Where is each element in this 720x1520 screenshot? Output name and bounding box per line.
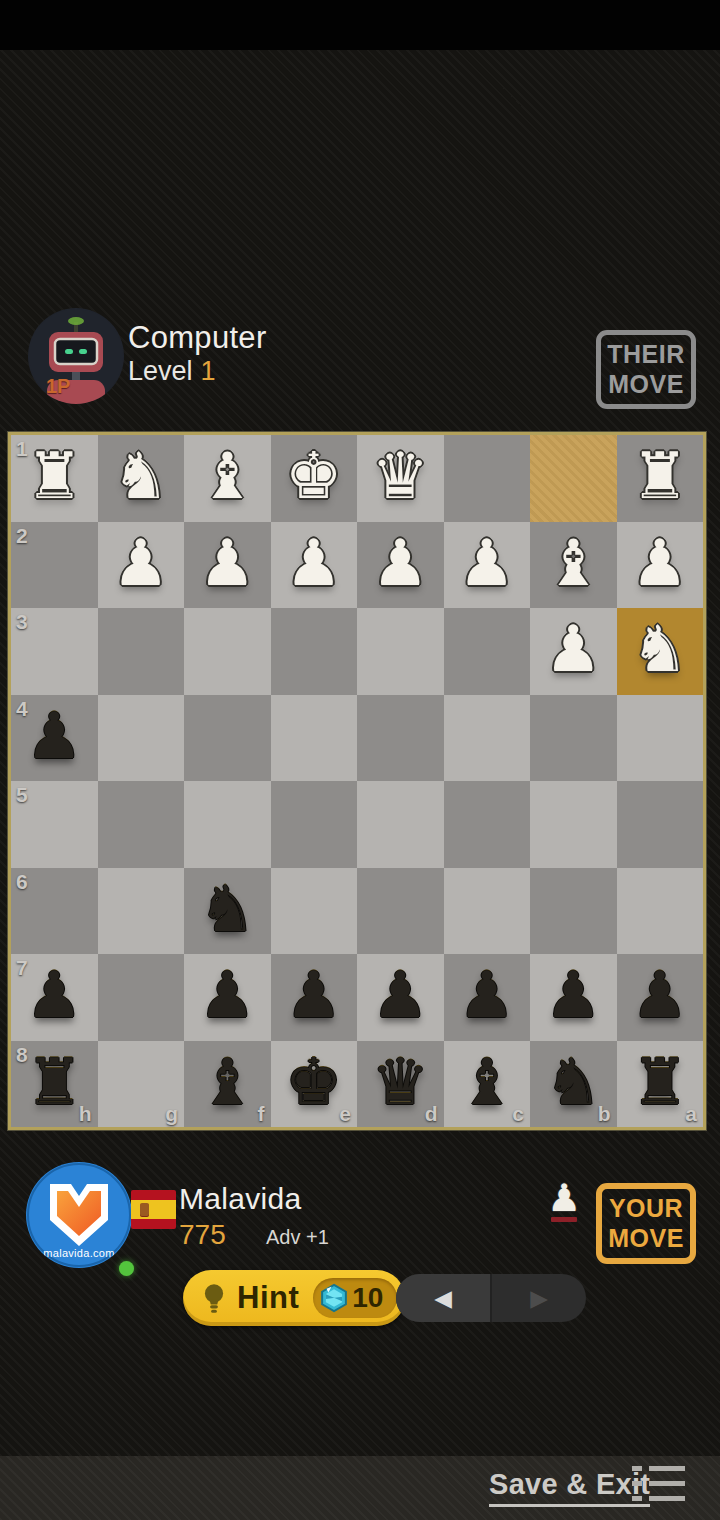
square-h8[interactable]: 8h♜ [11, 1041, 98, 1128]
square-g5[interactable] [98, 781, 185, 868]
square-h6[interactable]: 6 [11, 868, 98, 955]
your-move-indicator: YOUR MOVE [596, 1183, 696, 1264]
square-e2[interactable]: ♟ [271, 522, 358, 609]
square-d3[interactable] [357, 608, 444, 695]
square-e7[interactable]: ♟ [271, 954, 358, 1041]
square-h2[interactable]: 2 [11, 522, 98, 609]
piece-white-pawn: ♟ [372, 531, 429, 595]
hint-cost: 10 [352, 1282, 383, 1314]
square-b4[interactable] [530, 695, 617, 782]
piece-white-knight: ♞ [631, 617, 688, 681]
square-d5[interactable] [357, 781, 444, 868]
file-label-f: f [258, 1102, 265, 1126]
square-b7[interactable]: ♟ [530, 954, 617, 1041]
spain-flag-icon [131, 1190, 176, 1229]
square-c8[interactable]: c♝ [444, 1041, 531, 1128]
user-name: Malavida [179, 1182, 301, 1216]
square-f7[interactable]: ♟ [184, 954, 271, 1041]
square-f8[interactable]: f♝ [184, 1041, 271, 1128]
square-e6[interactable] [271, 868, 358, 955]
square-h1[interactable]: 1♜ [11, 435, 98, 522]
square-e3[interactable] [271, 608, 358, 695]
lightbulb-icon [201, 1282, 227, 1314]
square-a8[interactable]: a♜ [617, 1041, 704, 1128]
square-b2[interactable]: ♝ [530, 522, 617, 609]
rank-label-5: 5 [16, 783, 28, 807]
captured-underline [551, 1217, 577, 1222]
next-move-button[interactable]: ▶ [492, 1274, 586, 1322]
piece-black-pawn: ♟ [545, 963, 602, 1027]
advantage-label: Adv +1 [266, 1226, 329, 1249]
user-avatar: malavida.com [26, 1162, 132, 1268]
piece-white-pawn: ♟ [545, 617, 602, 681]
save-exit-button[interactable]: Save & Exit [489, 1468, 650, 1507]
piece-black-bishop: ♝ [199, 1050, 256, 1114]
piece-white-rook: ♜ [26, 444, 83, 508]
your-move-line1: YOUR [604, 1194, 688, 1224]
piece-white-pawn: ♟ [458, 531, 515, 595]
square-d8[interactable]: d♛ [357, 1041, 444, 1128]
piece-white-pawn: ♟ [112, 531, 169, 595]
flag-emblem [140, 1203, 149, 1216]
move-navigation: ◀ ▶ [396, 1274, 586, 1322]
square-b3[interactable]: ♟ [530, 608, 617, 695]
square-a2[interactable]: ♟ [617, 522, 704, 609]
square-g8[interactable]: g [98, 1041, 185, 1128]
square-f3[interactable] [184, 608, 271, 695]
file-label-g: g [165, 1102, 178, 1126]
square-a5[interactable] [617, 781, 704, 868]
captured-white-pawn-icon: ♟ [544, 1176, 584, 1220]
square-c2[interactable]: ♟ [444, 522, 531, 609]
piece-black-pawn: ♟ [458, 963, 515, 1027]
piece-white-bishop: ♝ [199, 444, 256, 508]
piece-white-pawn: ♟ [631, 531, 688, 595]
computer-level: Level1 [128, 356, 216, 387]
piece-white-knight: ♞ [112, 444, 169, 508]
square-b1[interactable] [530, 435, 617, 522]
their-move-indicator: THEIR MOVE [596, 330, 696, 409]
square-b5[interactable] [530, 781, 617, 868]
square-c7[interactable]: ♟ [444, 954, 531, 1041]
square-d2[interactable]: ♟ [357, 522, 444, 609]
piece-black-pawn: ♟ [372, 963, 429, 1027]
piece-black-knight: ♞ [199, 877, 256, 941]
piece-black-king: ♚ [285, 1050, 342, 1114]
square-h7[interactable]: 7♟ [11, 954, 98, 1041]
square-f5[interactable] [184, 781, 271, 868]
piece-white-rook: ♜ [631, 444, 688, 508]
square-c6[interactable] [444, 868, 531, 955]
piece-white-queen: ♛ [372, 444, 429, 508]
square-c1[interactable] [444, 435, 531, 522]
rank-label-6: 6 [16, 870, 28, 894]
square-f2[interactable]: ♟ [184, 522, 271, 609]
square-a6[interactable] [617, 868, 704, 955]
square-c5[interactable] [444, 781, 531, 868]
square-a3[interactable]: ♞ [617, 608, 704, 695]
square-c3[interactable] [444, 608, 531, 695]
square-g2[interactable]: ♟ [98, 522, 185, 609]
square-b6[interactable] [530, 868, 617, 955]
chess-board: 1♜♞♝♚♛♜2♟♟♟♟♟♝♟3♟♞4♟56♞7♟♟♟♟♟♟♟8h♜gf♝e♚d… [8, 432, 706, 1130]
square-a4[interactable] [617, 695, 704, 782]
square-d6[interactable] [357, 868, 444, 955]
level-label: Level [128, 356, 193, 386]
move-list-menu-icon[interactable] [632, 1466, 685, 1501]
piece-black-pawn: ♟ [631, 963, 688, 1027]
square-h4[interactable]: 4♟ [11, 695, 98, 782]
square-g3[interactable] [98, 608, 185, 695]
piece-white-pawn: ♟ [285, 531, 342, 595]
square-a1[interactable]: ♜ [617, 435, 704, 522]
piece-black-knight: ♞ [545, 1050, 602, 1114]
piece-white-bishop: ♝ [545, 531, 602, 595]
hint-button[interactable]: Hint 10 [183, 1270, 405, 1326]
menu-row [632, 1481, 685, 1486]
piece-white-king: ♚ [285, 444, 342, 508]
square-c4[interactable] [444, 695, 531, 782]
level-value: 1 [193, 356, 216, 386]
piece-black-pawn: ♟ [285, 963, 342, 1027]
square-g1[interactable]: ♞ [98, 435, 185, 522]
rank-label-3: 3 [16, 610, 28, 634]
gem-icon [319, 1283, 349, 1313]
menu-row [632, 1496, 685, 1501]
hint-label: Hint [237, 1280, 299, 1316]
square-g6[interactable] [98, 868, 185, 955]
square-h5[interactable]: 5 [11, 781, 98, 868]
computer-name: Computer [128, 320, 267, 356]
piece-black-rook: ♜ [26, 1050, 83, 1114]
previous-move-button[interactable]: ◀ [396, 1274, 492, 1322]
square-d4[interactable] [357, 695, 444, 782]
status-bar [0, 0, 720, 50]
app-screen: 1P Computer Level1 THEIR MOVE 1♜♞♝♚♛♜2♟♟… [0, 0, 720, 1520]
square-d1[interactable]: ♛ [357, 435, 444, 522]
square-e1[interactable]: ♚ [271, 435, 358, 522]
square-g4[interactable] [98, 695, 185, 782]
piece-white-pawn: ♟ [199, 531, 256, 595]
square-b8[interactable]: b♞ [530, 1041, 617, 1128]
computer-avatar: 1P [28, 308, 124, 404]
square-e5[interactable] [271, 781, 358, 868]
rank-label-2: 2 [16, 524, 28, 548]
square-e4[interactable] [271, 695, 358, 782]
their-move-line1: THEIR [603, 340, 689, 370]
square-f6[interactable]: ♞ [184, 868, 271, 955]
piece-black-pawn: ♟ [26, 963, 83, 1027]
hint-cost-pill: 10 [313, 1278, 397, 1318]
online-status-dot [119, 1261, 134, 1276]
square-f4[interactable] [184, 695, 271, 782]
piece-black-queen: ♛ [372, 1050, 429, 1114]
piece-black-pawn: ♟ [26, 704, 83, 768]
menu-row [632, 1466, 685, 1471]
square-a7[interactable]: ♟ [617, 954, 704, 1041]
their-move-line2: MOVE [603, 370, 689, 400]
your-move-line2: MOVE [604, 1224, 688, 1254]
square-d7[interactable]: ♟ [357, 954, 444, 1041]
square-e8[interactable]: e♚ [271, 1041, 358, 1128]
square-h3[interactable]: 3 [11, 608, 98, 695]
piece-black-pawn: ♟ [199, 963, 256, 1027]
square-g7[interactable] [98, 954, 185, 1041]
piece-black-rook: ♜ [631, 1050, 688, 1114]
user-rating: 775 [179, 1219, 226, 1251]
piece-black-bishop: ♝ [458, 1050, 515, 1114]
square-f1[interactable]: ♝ [184, 435, 271, 522]
